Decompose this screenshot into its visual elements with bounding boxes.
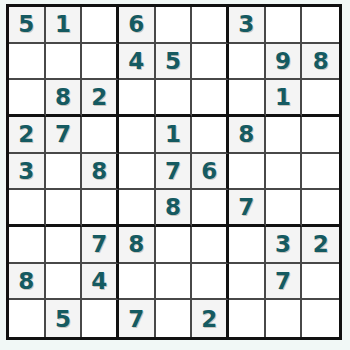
cell-r9c9[interactable] (302, 300, 339, 337)
cell-r3c4[interactable] (119, 80, 156, 117)
cell-r7c2[interactable] (46, 227, 83, 264)
cell-r6c8[interactable] (266, 190, 303, 227)
cell-r7c6[interactable] (192, 227, 229, 264)
cell-r3c9[interactable] (302, 80, 339, 117)
cell-r1c7[interactable]: 3 (229, 7, 266, 44)
cell-r8c9[interactable] (302, 264, 339, 301)
cell-r8c3[interactable]: 4 (82, 264, 119, 301)
cell-r6c9[interactable] (302, 190, 339, 227)
cell-r7c5[interactable] (156, 227, 193, 264)
cell-r4c5[interactable]: 1 (156, 117, 193, 154)
cell-r1c8[interactable] (266, 7, 303, 44)
cell-r5c7[interactable] (229, 154, 266, 191)
cell-r8c6[interactable] (192, 264, 229, 301)
cell-r8c4[interactable] (119, 264, 156, 301)
cell-r2c1[interactable] (9, 44, 46, 81)
cell-r4c6[interactable] (192, 117, 229, 154)
cell-r2c3[interactable] (82, 44, 119, 81)
cell-r9c6[interactable]: 2 (192, 300, 229, 337)
cell-r3c6[interactable] (192, 80, 229, 117)
cell-r3c3[interactable]: 2 (82, 80, 119, 117)
cell-r7c8[interactable]: 3 (266, 227, 303, 264)
cell-r2c7[interactable] (229, 44, 266, 81)
cell-r3c1[interactable] (9, 80, 46, 117)
cell-r8c1[interactable]: 8 (9, 264, 46, 301)
cell-r4c9[interactable] (302, 117, 339, 154)
cell-r6c7[interactable]: 7 (229, 190, 266, 227)
cell-r5c9[interactable] (302, 154, 339, 191)
cell-r5c6[interactable]: 6 (192, 154, 229, 191)
page-background: 5163459882127183876877832847572 (0, 0, 350, 350)
cell-r9c1[interactable] (9, 300, 46, 337)
cell-r5c5[interactable]: 7 (156, 154, 193, 191)
cell-r1c9[interactable] (302, 7, 339, 44)
cell-r6c5[interactable]: 8 (156, 190, 193, 227)
cell-r9c4[interactable]: 7 (119, 300, 156, 337)
sudoku-board: 5163459882127183876877832847572 (6, 4, 342, 340)
cell-r3c7[interactable] (229, 80, 266, 117)
cell-r1c2[interactable]: 1 (46, 7, 83, 44)
cell-r2c4[interactable]: 4 (119, 44, 156, 81)
cell-r9c8[interactable] (266, 300, 303, 337)
cell-r1c6[interactable] (192, 7, 229, 44)
cell-r7c1[interactable] (9, 227, 46, 264)
cell-r2c5[interactable]: 5 (156, 44, 193, 81)
cell-r7c3[interactable]: 7 (82, 227, 119, 264)
cell-r7c9[interactable]: 2 (302, 227, 339, 264)
cell-r7c4[interactable]: 8 (119, 227, 156, 264)
cell-r6c2[interactable] (46, 190, 83, 227)
cell-r9c2[interactable]: 5 (46, 300, 83, 337)
cell-r9c7[interactable] (229, 300, 266, 337)
cell-r5c4[interactable] (119, 154, 156, 191)
cell-r5c1[interactable]: 3 (9, 154, 46, 191)
cell-r7c7[interactable] (229, 227, 266, 264)
cell-r9c5[interactable] (156, 300, 193, 337)
cell-r5c8[interactable] (266, 154, 303, 191)
cell-r6c4[interactable] (119, 190, 156, 227)
cell-r1c5[interactable] (156, 7, 193, 44)
cell-r6c3[interactable] (82, 190, 119, 227)
cell-r4c1[interactable]: 2 (9, 117, 46, 154)
cell-r5c2[interactable] (46, 154, 83, 191)
cell-r1c1[interactable]: 5 (9, 7, 46, 44)
cell-r2c9[interactable]: 8 (302, 44, 339, 81)
cell-r8c7[interactable] (229, 264, 266, 301)
cell-r4c8[interactable] (266, 117, 303, 154)
cell-r2c8[interactable]: 9 (266, 44, 303, 81)
cell-r4c4[interactable] (119, 117, 156, 154)
cell-r5c3[interactable]: 8 (82, 154, 119, 191)
cell-r3c2[interactable]: 8 (46, 80, 83, 117)
cell-r2c6[interactable] (192, 44, 229, 81)
cell-r6c1[interactable] (9, 190, 46, 227)
cell-r9c3[interactable] (82, 300, 119, 337)
cell-r3c8[interactable]: 1 (266, 80, 303, 117)
cell-r8c5[interactable] (156, 264, 193, 301)
cell-r4c3[interactable] (82, 117, 119, 154)
cell-r4c2[interactable]: 7 (46, 117, 83, 154)
cell-r4c7[interactable]: 8 (229, 117, 266, 154)
cell-r2c2[interactable] (46, 44, 83, 81)
cell-r8c8[interactable]: 7 (266, 264, 303, 301)
cell-r1c4[interactable]: 6 (119, 7, 156, 44)
cell-r6c6[interactable] (192, 190, 229, 227)
cell-r8c2[interactable] (46, 264, 83, 301)
cell-r3c5[interactable] (156, 80, 193, 117)
cell-r1c3[interactable] (82, 7, 119, 44)
